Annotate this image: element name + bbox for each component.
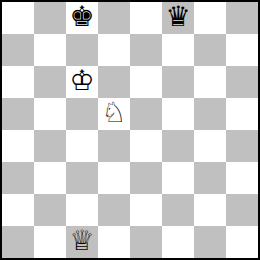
- square-a6[interactable]: [2, 66, 34, 98]
- square-e6[interactable]: [130, 66, 162, 98]
- square-e5[interactable]: [130, 98, 162, 130]
- white-queen: ♕: [69, 226, 94, 257]
- square-c8[interactable]: ♚: [66, 2, 98, 34]
- square-e3[interactable]: [130, 162, 162, 194]
- square-d1[interactable]: [98, 226, 130, 258]
- square-d8[interactable]: [98, 2, 130, 34]
- square-g7[interactable]: [194, 34, 226, 66]
- square-f4[interactable]: [162, 130, 194, 162]
- square-h8[interactable]: [226, 2, 258, 34]
- square-h5[interactable]: [226, 98, 258, 130]
- square-d7[interactable]: [98, 34, 130, 66]
- square-a7[interactable]: [2, 34, 34, 66]
- white-knight: ♘: [101, 98, 126, 129]
- square-g5[interactable]: [194, 98, 226, 130]
- square-b8[interactable]: [34, 2, 66, 34]
- square-f1[interactable]: [162, 226, 194, 258]
- black-king: ♚: [69, 2, 94, 33]
- square-b1[interactable]: [34, 226, 66, 258]
- square-f2[interactable]: [162, 194, 194, 226]
- square-a4[interactable]: [2, 130, 34, 162]
- square-e4[interactable]: [130, 130, 162, 162]
- square-g2[interactable]: [194, 194, 226, 226]
- square-b5[interactable]: [34, 98, 66, 130]
- square-f5[interactable]: [162, 98, 194, 130]
- square-h6[interactable]: [226, 66, 258, 98]
- square-e1[interactable]: [130, 226, 162, 258]
- square-a8[interactable]: [2, 2, 34, 34]
- square-b4[interactable]: [34, 130, 66, 162]
- black-queen: ♛: [165, 2, 190, 33]
- square-b3[interactable]: [34, 162, 66, 194]
- square-g8[interactable]: [194, 2, 226, 34]
- square-c3[interactable]: [66, 162, 98, 194]
- square-g4[interactable]: [194, 130, 226, 162]
- square-c5[interactable]: [66, 98, 98, 130]
- square-e8[interactable]: [130, 2, 162, 34]
- square-c7[interactable]: [66, 34, 98, 66]
- square-g6[interactable]: [194, 66, 226, 98]
- square-b2[interactable]: [34, 194, 66, 226]
- square-a3[interactable]: [2, 162, 34, 194]
- square-d2[interactable]: [98, 194, 130, 226]
- chess-board: ♚♛♔♘♕: [0, 0, 260, 260]
- white-king: ♔: [69, 66, 94, 97]
- square-g3[interactable]: [194, 162, 226, 194]
- square-d5[interactable]: ♘: [98, 98, 130, 130]
- square-b6[interactable]: [34, 66, 66, 98]
- square-h4[interactable]: [226, 130, 258, 162]
- square-a5[interactable]: [2, 98, 34, 130]
- square-c2[interactable]: [66, 194, 98, 226]
- square-h3[interactable]: [226, 162, 258, 194]
- square-a2[interactable]: [2, 194, 34, 226]
- square-c1[interactable]: ♕: [66, 226, 98, 258]
- square-g1[interactable]: [194, 226, 226, 258]
- square-d4[interactable]: [98, 130, 130, 162]
- chess-diagram: ♚♛♔♘♕: [0, 0, 260, 260]
- square-e2[interactable]: [130, 194, 162, 226]
- square-b7[interactable]: [34, 34, 66, 66]
- square-h1[interactable]: [226, 226, 258, 258]
- square-f6[interactable]: [162, 66, 194, 98]
- square-e7[interactable]: [130, 34, 162, 66]
- square-f3[interactable]: [162, 162, 194, 194]
- square-d6[interactable]: [98, 66, 130, 98]
- square-h2[interactable]: [226, 194, 258, 226]
- square-c6[interactable]: ♔: [66, 66, 98, 98]
- square-f7[interactable]: [162, 34, 194, 66]
- square-h7[interactable]: [226, 34, 258, 66]
- square-d3[interactable]: [98, 162, 130, 194]
- square-a1[interactable]: [2, 226, 34, 258]
- square-f8[interactable]: ♛: [162, 2, 194, 34]
- square-c4[interactable]: [66, 130, 98, 162]
